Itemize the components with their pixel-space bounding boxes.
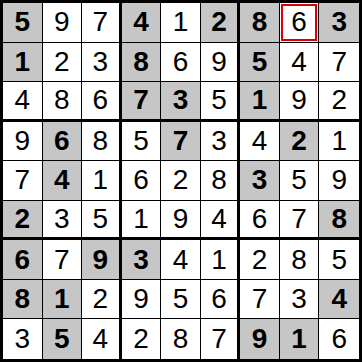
cell-r7c2[interactable]: 7 (43, 240, 83, 280)
cell-r6c1[interactable]: 2 (3, 201, 43, 241)
cell-r7c5[interactable]: 4 (161, 240, 201, 280)
cell-r4c9[interactable]: 1 (319, 122, 359, 162)
cell-r2c7[interactable]: 5 (240, 43, 280, 83)
cell-r7c1[interactable]: 6 (3, 240, 43, 280)
cell-r4c2[interactable]: 6 (43, 122, 83, 162)
cell-r8c2[interactable]: 1 (43, 280, 83, 320)
cell-r6c8[interactable]: 7 (280, 201, 320, 241)
cell-r4c6[interactable]: 3 (201, 122, 241, 162)
cell-r5c9[interactable]: 9 (319, 161, 359, 201)
cell-r3c9[interactable]: 2 (319, 82, 359, 122)
cell-r3c7[interactable]: 1 (240, 82, 280, 122)
cell-r8c3[interactable]: 2 (82, 280, 122, 320)
cell-r6c5[interactable]: 9 (161, 201, 201, 241)
cell-r9c8[interactable]: 1 (280, 319, 320, 359)
cell-r5c6[interactable]: 8 (201, 161, 241, 201)
cell-r1c1[interactable]: 5 (3, 3, 43, 43)
cell-r1c2[interactable]: 9 (43, 3, 83, 43)
cell-r9c5[interactable]: 8 (161, 319, 201, 359)
cell-r6c4[interactable]: 1 (122, 201, 162, 241)
cell-r9c4[interactable]: 2 (122, 319, 162, 359)
cell-r6c2[interactable]: 3 (43, 201, 83, 241)
cell-r5c5[interactable]: 2 (161, 161, 201, 201)
sudoku-board: 5974128631238695474867351929685734217416… (0, 0, 362, 362)
cell-r5c8[interactable]: 5 (280, 161, 320, 201)
cell-r4c5[interactable]: 7 (161, 122, 201, 162)
cell-r7c4[interactable]: 3 (122, 240, 162, 280)
cell-r6c9[interactable]: 8 (319, 201, 359, 241)
cell-r3c3[interactable]: 6 (82, 82, 122, 122)
cell-r8c5[interactable]: 5 (161, 280, 201, 320)
cell-r9c2[interactable]: 5 (43, 319, 83, 359)
cell-r7c6[interactable]: 1 (201, 240, 241, 280)
cell-r4c3[interactable]: 8 (82, 122, 122, 162)
cell-r5c7[interactable]: 3 (240, 161, 280, 201)
cell-r7c9[interactable]: 5 (319, 240, 359, 280)
cell-r4c7[interactable]: 4 (240, 122, 280, 162)
cell-r2c6[interactable]: 9 (201, 43, 241, 83)
cell-r8c1[interactable]: 8 (3, 280, 43, 320)
cell-r9c1[interactable]: 3 (3, 319, 43, 359)
cell-r3c2[interactable]: 8 (43, 82, 83, 122)
cell-r2c9[interactable]: 7 (319, 43, 359, 83)
cell-r3c1[interactable]: 4 (3, 82, 43, 122)
cell-r6c7[interactable]: 6 (240, 201, 280, 241)
cell-r1c5[interactable]: 1 (161, 3, 201, 43)
cell-r1c6[interactable]: 2 (201, 3, 241, 43)
cell-r3c4[interactable]: 7 (122, 82, 162, 122)
cell-r1c7[interactable]: 8 (240, 3, 280, 43)
cell-r8c7[interactable]: 7 (240, 280, 280, 320)
cell-r8c8[interactable]: 3 (280, 280, 320, 320)
cell-r2c2[interactable]: 2 (43, 43, 83, 83)
cell-r9c3[interactable]: 4 (82, 319, 122, 359)
cell-r9c7[interactable]: 9 (240, 319, 280, 359)
cell-r8c9[interactable]: 4 (319, 280, 359, 320)
cell-r2c4[interactable]: 8 (122, 43, 162, 83)
cell-r3c5[interactable]: 3 (161, 82, 201, 122)
cell-r4c1[interactable]: 9 (3, 122, 43, 162)
cell-r5c4[interactable]: 6 (122, 161, 162, 201)
cell-r5c1[interactable]: 7 (3, 161, 43, 201)
cell-r7c3[interactable]: 9 (82, 240, 122, 280)
cell-r8c4[interactable]: 9 (122, 280, 162, 320)
cell-r4c8[interactable]: 2 (280, 122, 320, 162)
cell-r9c9[interactable]: 6 (319, 319, 359, 359)
cell-r2c1[interactable]: 1 (3, 43, 43, 83)
cell-r5c2[interactable]: 4 (43, 161, 83, 201)
cell-r3c8[interactable]: 9 (280, 82, 320, 122)
cell-r8c6[interactable]: 6 (201, 280, 241, 320)
cell-r6c6[interactable]: 4 (201, 201, 241, 241)
cell-r4c4[interactable]: 5 (122, 122, 162, 162)
cell-r3c6[interactable]: 5 (201, 82, 241, 122)
cell-r2c8[interactable]: 4 (280, 43, 320, 83)
cell-r7c8[interactable]: 8 (280, 240, 320, 280)
cell-r1c8-highlighted[interactable]: 6 (280, 3, 320, 43)
cell-r2c3[interactable]: 3 (82, 43, 122, 83)
cell-r1c4[interactable]: 4 (122, 3, 162, 43)
cell-r6c3[interactable]: 5 (82, 201, 122, 241)
cell-r7c7[interactable]: 2 (240, 240, 280, 280)
cell-r9c6[interactable]: 7 (201, 319, 241, 359)
cell-r5c3[interactable]: 1 (82, 161, 122, 201)
cell-r2c5[interactable]: 6 (161, 43, 201, 83)
cell-r1c3[interactable]: 7 (82, 3, 122, 43)
cell-r1c9[interactable]: 3 (319, 3, 359, 43)
